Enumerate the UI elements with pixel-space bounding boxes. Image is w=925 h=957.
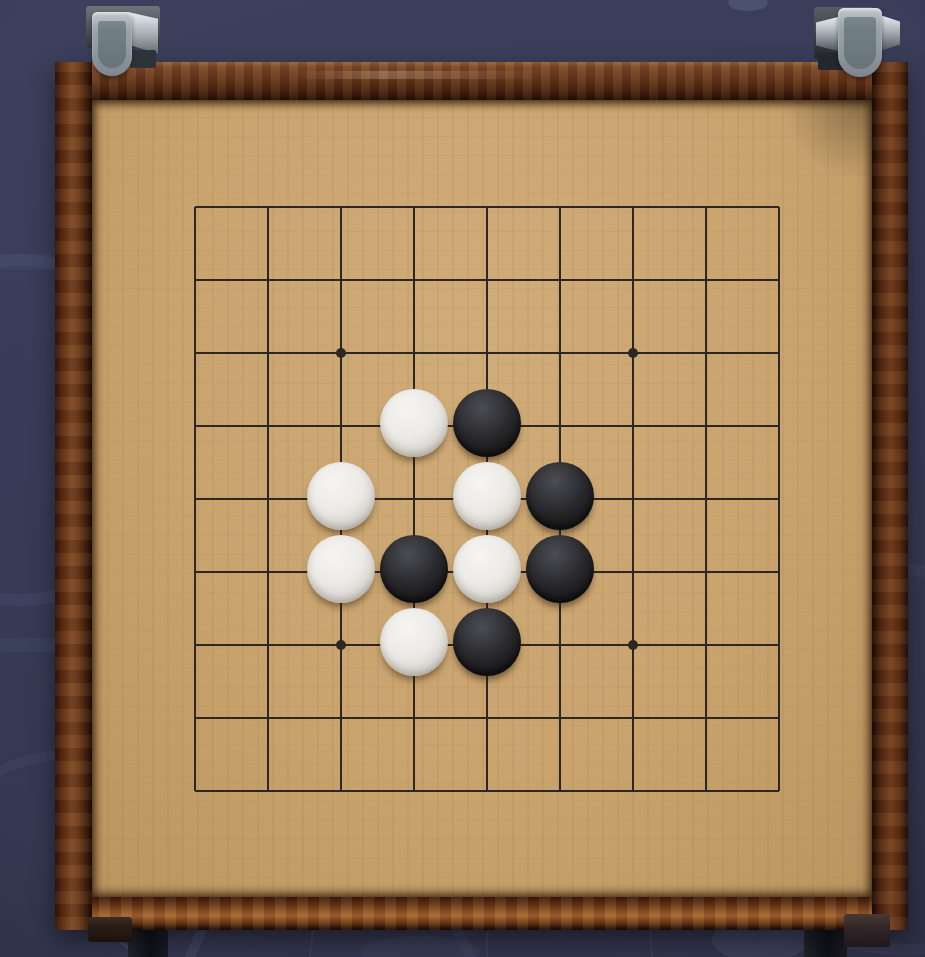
goban-surface xyxy=(92,100,872,897)
intersection-H7[interactable] xyxy=(669,316,742,389)
intersection-A1[interactable] xyxy=(158,754,231,827)
intersection-H6[interactable] xyxy=(669,389,742,462)
board-frame-top xyxy=(55,62,908,100)
intersection-H4[interactable] xyxy=(669,535,742,608)
board-clamp-left xyxy=(84,4,162,80)
go-board xyxy=(55,62,908,930)
black-stone-E6 xyxy=(453,389,521,457)
intersection-D9[interactable] xyxy=(377,170,450,243)
clamp-front-tab xyxy=(92,12,132,76)
intersection-B8[interactable] xyxy=(231,243,304,316)
intersection-C8[interactable] xyxy=(304,243,377,316)
intersection-A9[interactable] xyxy=(158,170,231,243)
intersection-B4[interactable] xyxy=(231,535,304,608)
intersection-B5[interactable] xyxy=(231,462,304,535)
intersection-D2[interactable] xyxy=(377,681,450,754)
intersection-E9[interactable] xyxy=(450,170,523,243)
intersection-D7[interactable] xyxy=(377,316,450,389)
white-stone-E4 xyxy=(453,535,521,603)
white-stone-D3 xyxy=(380,608,448,676)
clamp-shadow xyxy=(782,100,872,180)
intersection-F6[interactable] xyxy=(523,389,596,462)
intersection-D6[interactable] xyxy=(377,389,450,462)
intersection-J8[interactable] xyxy=(742,243,815,316)
intersection-H1[interactable] xyxy=(669,754,742,827)
intersection-C4[interactable] xyxy=(304,535,377,608)
intersection-G5[interactable] xyxy=(596,462,669,535)
intersection-E4[interactable] xyxy=(450,535,523,608)
white-stone-D6 xyxy=(380,389,448,457)
hoshi-point-C3 xyxy=(336,640,346,650)
intersection-C7[interactable] xyxy=(304,316,377,389)
intersection-F8[interactable] xyxy=(523,243,596,316)
hoshi-point-G7 xyxy=(628,348,638,358)
intersection-C9[interactable] xyxy=(304,170,377,243)
intersection-F7[interactable] xyxy=(523,316,596,389)
stand-foot-left xyxy=(88,917,132,942)
intersection-D5[interactable] xyxy=(377,462,450,535)
intersection-C2[interactable] xyxy=(304,681,377,754)
intersection-J9[interactable] xyxy=(742,170,815,243)
black-stone-D4 xyxy=(380,535,448,603)
black-stone-F5 xyxy=(526,462,594,530)
intersection-F9[interactable] xyxy=(523,170,596,243)
intersection-A6[interactable] xyxy=(158,389,231,462)
intersection-B1[interactable] xyxy=(231,754,304,827)
board-frame-right xyxy=(872,62,908,930)
intersection-G1[interactable] xyxy=(596,754,669,827)
clamp-front-tab xyxy=(838,8,882,77)
board-frame-left xyxy=(55,62,92,930)
intersection-A5[interactable] xyxy=(158,462,231,535)
intersection-F5[interactable] xyxy=(523,462,596,535)
clamp-wing xyxy=(816,17,838,51)
intersection-E5[interactable] xyxy=(450,462,523,535)
stand-foot-right xyxy=(844,914,890,947)
hoshi-point-C7 xyxy=(336,348,346,358)
intersection-G7[interactable] xyxy=(596,316,669,389)
intersection-G9[interactable] xyxy=(596,170,669,243)
intersection-J4[interactable] xyxy=(742,535,815,608)
intersection-H3[interactable] xyxy=(669,608,742,681)
intersection-F3[interactable] xyxy=(523,608,596,681)
intersection-J1[interactable] xyxy=(742,754,815,827)
intersection-E8[interactable] xyxy=(450,243,523,316)
intersection-J2[interactable] xyxy=(742,681,815,754)
intersection-G2[interactable] xyxy=(596,681,669,754)
intersection-C3[interactable] xyxy=(304,608,377,681)
intersection-A8[interactable] xyxy=(158,243,231,316)
intersection-B3[interactable] xyxy=(231,608,304,681)
intersection-H2[interactable] xyxy=(669,681,742,754)
intersection-H5[interactable] xyxy=(669,462,742,535)
hoshi-point-G3 xyxy=(628,640,638,650)
intersection-H9[interactable] xyxy=(669,170,742,243)
stand-leg-right xyxy=(804,928,847,957)
intersection-E7[interactable] xyxy=(450,316,523,389)
intersection-B9[interactable] xyxy=(231,170,304,243)
intersection-A2[interactable] xyxy=(158,681,231,754)
intersection-F2[interactable] xyxy=(523,681,596,754)
intersection-G3[interactable] xyxy=(596,608,669,681)
intersection-G4[interactable] xyxy=(596,535,669,608)
intersection-J3[interactable] xyxy=(742,608,815,681)
go-game-scene xyxy=(0,0,925,957)
intersection-E1[interactable] xyxy=(450,754,523,827)
intersection-A3[interactable] xyxy=(158,608,231,681)
intersection-J6[interactable] xyxy=(742,389,815,462)
intersection-E2[interactable] xyxy=(450,681,523,754)
intersection-G8[interactable] xyxy=(596,243,669,316)
black-stone-F4 xyxy=(526,535,594,603)
intersection-D8[interactable] xyxy=(377,243,450,316)
intersection-B7[interactable] xyxy=(231,316,304,389)
intersection-D3[interactable] xyxy=(377,608,450,681)
clamp-wing xyxy=(880,15,900,51)
intersection-J7[interactable] xyxy=(742,316,815,389)
intersection-B2[interactable] xyxy=(231,681,304,754)
intersection-A7[interactable] xyxy=(158,316,231,389)
intersection-C1[interactable] xyxy=(304,754,377,827)
white-stone-C4 xyxy=(307,535,375,603)
intersection-C6[interactable] xyxy=(304,389,377,462)
intersection-D4[interactable] xyxy=(377,535,450,608)
intersection-D1[interactable] xyxy=(377,754,450,827)
board-frame-bottom xyxy=(55,896,908,930)
intersection-E6[interactable] xyxy=(450,389,523,462)
intersection-H8[interactable] xyxy=(669,243,742,316)
white-stone-E5 xyxy=(453,462,521,530)
black-stone-E3 xyxy=(453,608,521,676)
intersection-C5[interactable] xyxy=(304,462,377,535)
white-stone-C5 xyxy=(307,462,375,530)
intersection-F1[interactable] xyxy=(523,754,596,827)
clamp-under-block xyxy=(130,50,156,68)
intersection-G6[interactable] xyxy=(596,389,669,462)
intersection-F4[interactable] xyxy=(523,535,596,608)
intersection-B6[interactable] xyxy=(231,389,304,462)
board-grid xyxy=(158,170,815,827)
intersection-E3[interactable] xyxy=(450,608,523,681)
intersection-J5[interactable] xyxy=(742,462,815,535)
board-clamp-right xyxy=(810,1,902,77)
intersection-A4[interactable] xyxy=(158,535,231,608)
